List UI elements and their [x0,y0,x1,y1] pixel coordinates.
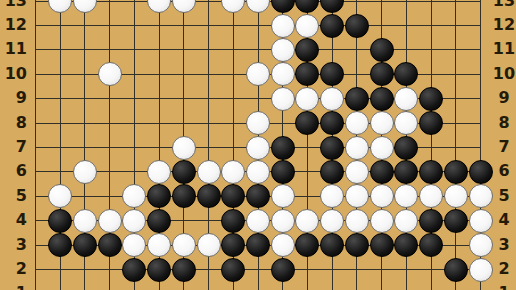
black-stone[interactable] [345,233,369,257]
black-stone[interactable] [444,160,468,184]
grid-line-horizontal [35,25,481,26]
white-stone[interactable] [48,0,72,13]
black-stone[interactable] [73,233,97,257]
white-stone[interactable] [122,184,146,208]
black-stone[interactable] [147,184,171,208]
white-stone[interactable] [469,209,493,233]
white-stone[interactable] [271,14,295,38]
black-stone[interactable] [370,38,394,62]
white-stone[interactable] [246,0,270,13]
white-stone[interactable] [271,209,295,233]
black-stone[interactable] [394,62,418,86]
black-stone[interactable] [444,258,468,282]
row-label-left: 8 [0,113,27,133]
white-stone[interactable] [345,160,369,184]
black-stone[interactable] [147,209,171,233]
white-stone[interactable] [469,258,493,282]
white-stone[interactable] [271,38,295,62]
black-stone[interactable] [122,258,146,282]
white-stone[interactable] [394,209,418,233]
white-stone[interactable] [98,209,122,233]
white-stone[interactable] [370,136,394,160]
white-stone[interactable] [394,87,418,111]
grid-line-vertical [35,0,36,290]
white-stone[interactable] [147,0,171,13]
black-stone[interactable] [221,258,245,282]
white-stone[interactable] [370,111,394,135]
black-stone[interactable] [469,160,493,184]
row-label-right: 8 [492,113,516,133]
row-label-left: 4 [0,210,27,230]
white-stone[interactable] [295,87,319,111]
white-stone[interactable] [345,209,369,233]
white-stone[interactable] [394,111,418,135]
white-stone[interactable] [147,160,171,184]
black-stone[interactable] [320,111,344,135]
row-label-left: 7 [0,137,27,157]
white-stone[interactable] [246,111,270,135]
black-stone[interactable] [271,258,295,282]
white-stone[interactable] [469,233,493,257]
grid-line-vertical [455,0,456,290]
white-stone[interactable] [122,209,146,233]
white-stone[interactable] [221,0,245,13]
black-stone[interactable] [394,160,418,184]
white-stone[interactable] [345,136,369,160]
white-stone[interactable] [370,184,394,208]
black-stone[interactable] [295,233,319,257]
white-stone[interactable] [48,184,72,208]
white-stone[interactable] [320,87,344,111]
row-label-left: 12 [0,15,27,35]
white-stone[interactable] [320,209,344,233]
white-stone[interactable] [320,184,344,208]
white-stone[interactable] [197,233,221,257]
white-stone[interactable] [172,233,196,257]
black-stone[interactable] [394,136,418,160]
black-stone[interactable] [295,62,319,86]
white-stone[interactable] [172,0,196,13]
black-stone[interactable] [221,209,245,233]
row-label-right: 10 [492,64,516,84]
black-stone[interactable] [246,233,270,257]
row-label-left: 10 [0,64,27,84]
row-label-right: 5 [492,186,516,206]
white-stone[interactable] [246,160,270,184]
black-stone[interactable] [419,233,443,257]
white-stone[interactable] [147,233,171,257]
white-stone[interactable] [271,87,295,111]
black-stone[interactable] [246,184,270,208]
black-stone[interactable] [345,14,369,38]
black-stone[interactable] [345,87,369,111]
black-stone[interactable] [394,233,418,257]
black-stone[interactable] [221,184,245,208]
go-board-screenshot: 1313121211111010998877665544332211 [0,0,516,290]
black-stone[interactable] [370,233,394,257]
black-stone[interactable] [172,184,196,208]
white-stone[interactable] [419,184,443,208]
black-stone[interactable] [295,38,319,62]
black-stone[interactable] [221,233,245,257]
black-stone[interactable] [419,209,443,233]
white-stone[interactable] [295,209,319,233]
row-label-left: 2 [0,259,27,279]
black-stone[interactable] [320,14,344,38]
black-stone[interactable] [172,160,196,184]
white-stone[interactable] [444,184,468,208]
black-stone[interactable] [320,233,344,257]
white-stone[interactable] [73,209,97,233]
white-stone[interactable] [271,184,295,208]
row-label-right: 11 [492,39,516,59]
black-stone[interactable] [48,209,72,233]
row-label-left: 5 [0,186,27,206]
white-stone[interactable] [246,62,270,86]
row-label-right: 2 [492,259,516,279]
black-stone[interactable] [295,111,319,135]
row-label-right: 1 [492,283,516,290]
white-stone[interactable] [73,0,97,13]
white-stone[interactable] [370,209,394,233]
white-stone[interactable] [98,62,122,86]
white-stone[interactable] [345,184,369,208]
white-stone[interactable] [221,160,245,184]
black-stone[interactable] [370,160,394,184]
white-stone[interactable] [197,160,221,184]
grid-line-horizontal [35,49,481,50]
white-stone[interactable] [295,14,319,38]
black-stone[interactable] [98,233,122,257]
black-stone[interactable] [197,184,221,208]
black-stone[interactable] [271,160,295,184]
white-stone[interactable] [172,136,196,160]
black-stone[interactable] [271,136,295,160]
row-label-right: 3 [492,235,516,255]
black-stone[interactable] [370,62,394,86]
white-stone[interactable] [345,111,369,135]
row-label-left: 1 [0,283,27,290]
row-label-right: 13 [492,0,516,11]
row-label-right: 6 [492,161,516,181]
black-stone[interactable] [172,258,196,282]
row-label-right: 4 [492,210,516,230]
black-stone[interactable] [419,111,443,135]
black-stone[interactable] [271,0,295,13]
white-stone[interactable] [271,233,295,257]
black-stone[interactable] [147,258,171,282]
black-stone[interactable] [320,136,344,160]
black-stone[interactable] [320,62,344,86]
white-stone[interactable] [469,184,493,208]
row-label-left: 11 [0,39,27,59]
black-stone[interactable] [419,87,443,111]
black-stone[interactable] [444,209,468,233]
white-stone[interactable] [122,233,146,257]
white-stone[interactable] [246,136,270,160]
row-label-left: 9 [0,88,27,108]
black-stone[interactable] [295,0,319,13]
white-stone[interactable] [271,62,295,86]
black-stone[interactable] [370,87,394,111]
white-stone[interactable] [73,160,97,184]
row-label-right: 7 [492,137,516,157]
grid-line-horizontal [35,269,481,270]
row-label-left: 13 [0,0,27,11]
white-stone[interactable] [394,184,418,208]
row-label-left: 6 [0,161,27,181]
row-label-right: 9 [492,88,516,108]
black-stone[interactable] [320,0,344,13]
black-stone[interactable] [48,233,72,257]
black-stone[interactable] [320,160,344,184]
black-stone[interactable] [419,160,443,184]
row-label-left: 3 [0,235,27,255]
white-stone[interactable] [246,209,270,233]
row-label-right: 12 [492,15,516,35]
